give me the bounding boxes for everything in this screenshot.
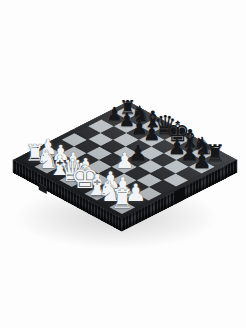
chess-set-photo: ♜♞♝♛♚♝♞♜♟♟♟♟♟♟♟♟♟♟♟♟♟♟♟♟♜♞♝♛♚♝♞♜ [0,0,246,328]
